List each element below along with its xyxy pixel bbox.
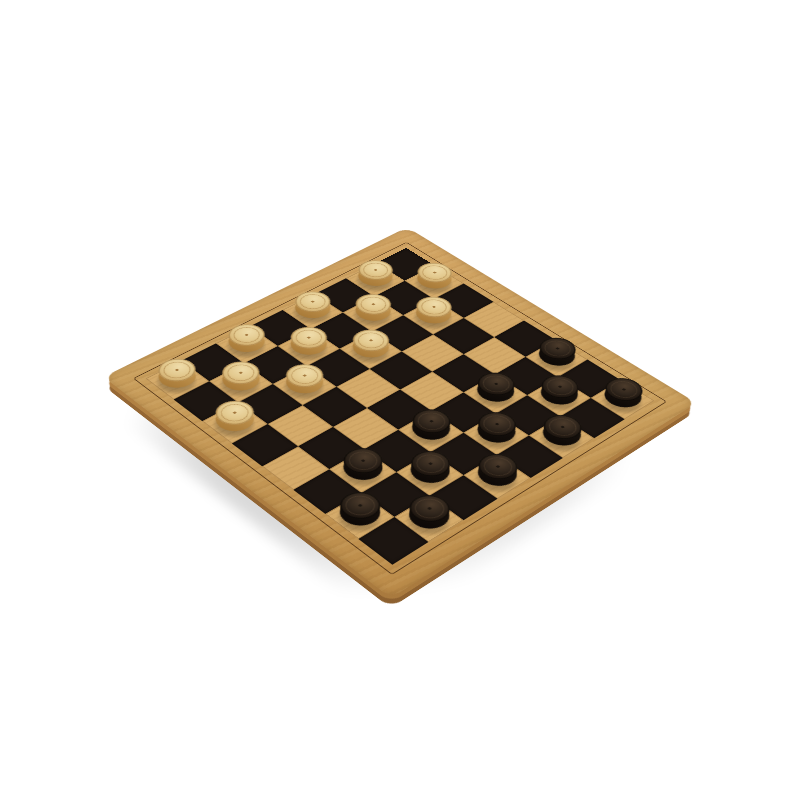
light-piece-b2[interactable]: ⛀: [214, 366, 267, 399]
checkers-board: ⛀⛂⛂⛀⛀⛂⛀⛂⛂⛀⛀⛂⛀⛂⛂⛀⛀⛂⛀⛂⛂⛀⛀⛂: [181, 171, 619, 609]
board-3d-scene: ⛀⛂⛂⛀⛀⛂⛀⛂⛂⛀⛀⛂⛀⛂⛂⛀⛀⛂⛀⛂⛂⛀⛀⛂: [103, 227, 696, 598]
playing-grid: ⛀⛂⛂⛀⛀⛂⛀⛂⛂⛀⛀⛂⛀⛂⛂⛀⛀⛂⛀⛂⛂⛀⛀⛂: [146, 248, 655, 565]
product-photo: ⛀⛂⛂⛀⛀⛂⛀⛂⛂⛀⛀⛂⛀⛂⛂⛀⛀⛂⛀⛂⛂⛀⛀⛂: [0, 0, 800, 800]
